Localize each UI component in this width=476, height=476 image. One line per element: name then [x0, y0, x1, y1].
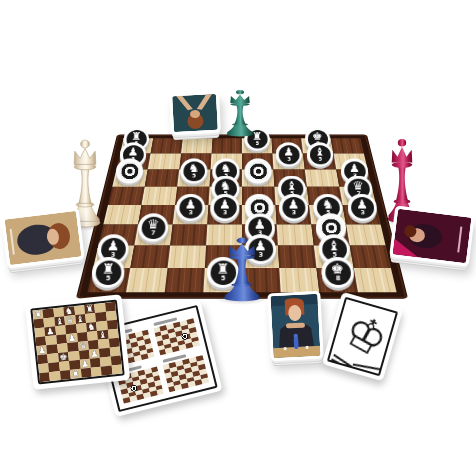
fallen-king-card[interactable]: ♔	[322, 292, 403, 381]
square-r5c1	[103, 205, 141, 225]
square-r5c6: ♟3	[276, 205, 312, 225]
pawn-icon: ♟3	[278, 145, 299, 164]
diagram-piece-icon: ♟	[46, 326, 55, 336]
square-r3c5	[242, 170, 274, 187]
pawn-token[interactable]: ♟3	[176, 194, 206, 221]
diagram-piece-icon: ♟	[81, 359, 90, 369]
diagram-piece-icon: ♟	[67, 333, 76, 343]
knight-icon: ♞5	[183, 161, 205, 181]
pawn-icon: ♟3	[179, 197, 202, 218]
pawn-token[interactable]: ♟3	[210, 194, 239, 221]
square-r5c8: ♟3	[343, 205, 381, 225]
square-r7c8	[350, 245, 391, 267]
square-r8c2	[126, 268, 168, 292]
square-r5c3: ♟3	[173, 205, 209, 225]
square-r8c3	[165, 268, 205, 292]
teal-queen-piece[interactable]	[223, 89, 257, 137]
pawn-icon: ♟3	[213, 197, 236, 218]
square-r1c5: ♜5	[242, 138, 272, 153]
target-icon	[118, 161, 140, 181]
diagram-piece-icon: ♜	[85, 304, 94, 314]
diagram-card-1[interactable]: ♜♞♜♝♛♝♟♞♟♝♟♛♚♟♟♜	[25, 294, 130, 390]
diagram-piece-icon: ♟	[37, 345, 46, 355]
diagram-piece-icon: ♛	[79, 341, 88, 351]
pawn-icon: ♟3	[350, 197, 374, 218]
rook-token[interactable]: ♜5	[91, 257, 125, 288]
square-r1c2	[151, 138, 183, 153]
queen-token[interactable]: ♛7	[138, 213, 169, 241]
square-r6c8	[346, 225, 386, 246]
queen-icon: ♛7	[141, 216, 165, 238]
top-card-deck[interactable]	[169, 91, 221, 136]
product-photo: ♜5♜5♚8♟3♟3♝5♞5♞5♟3♞5♝5♛7♟3♟3♟3♞5♟3♛7♟3♟3…	[0, 0, 476, 476]
square-r7c2	[130, 245, 170, 267]
square-r3c2	[145, 170, 179, 187]
diagram-piece-icon: ♛	[66, 315, 75, 325]
square-r1c8	[331, 138, 364, 153]
diagram-piece-icon: ♜	[71, 369, 80, 379]
portrait-card-art	[270, 294, 320, 358]
square-r6c3	[170, 225, 207, 246]
diagram-piece-icon: ♝	[55, 316, 64, 326]
square-r8c8	[354, 268, 397, 292]
king-icon: ♚8	[325, 260, 351, 284]
square-r2c2	[148, 153, 181, 169]
pawn-token[interactable]: ♟3	[347, 194, 377, 221]
square-r8c7: ♚8	[316, 268, 358, 292]
left-card-deck[interactable]	[1, 207, 85, 268]
left-card-art	[4, 211, 81, 265]
target-token[interactable]	[115, 158, 143, 183]
square-r3c3: ♞5	[177, 170, 210, 187]
diagram-piece-icon: ♟	[90, 349, 99, 359]
square-r4c1	[108, 187, 145, 205]
blue-queen-piece[interactable]	[219, 236, 265, 302]
square-r1c3	[181, 138, 212, 153]
bishop-icon: ♝5	[309, 145, 330, 164]
square-r8c1: ♜5	[87, 268, 130, 292]
square-r2c7: ♝5	[303, 153, 336, 169]
square-r7c6	[278, 245, 317, 267]
knight-token[interactable]: ♞5	[180, 158, 208, 183]
square-r3c1	[112, 170, 147, 187]
target-icon	[247, 161, 269, 181]
bishop-token[interactable]: ♝5	[306, 142, 333, 166]
square-r5c4: ♟3	[207, 205, 242, 225]
inverted-portrait-card-art	[172, 94, 218, 132]
square-r6c2: ♛7	[134, 225, 172, 246]
diagram-piece-icon: ♚	[59, 352, 68, 362]
target-token[interactable]	[244, 158, 271, 183]
pawn-token[interactable]: ♟3	[275, 142, 302, 166]
square-r7c3	[168, 245, 207, 267]
square-r1c4	[212, 138, 242, 153]
rook-icon: ♜5	[95, 260, 122, 284]
square-r8c6	[279, 268, 319, 292]
diagram-piece-icon: ♜	[34, 310, 43, 320]
right-card-art	[392, 209, 471, 264]
square-r4c2	[141, 187, 177, 205]
diagram-piece-icon: ♞	[87, 322, 96, 332]
diagram-piece-icon: ♝	[76, 314, 85, 324]
diagram-piece-icon: ♝	[98, 330, 107, 340]
square-r2c6: ♟3	[272, 153, 304, 169]
portrait-card-deck[interactable]	[267, 291, 323, 362]
square-r6c6	[277, 225, 314, 246]
right-card-deck[interactable]	[389, 205, 475, 266]
king-token[interactable]: ♚8	[321, 257, 354, 288]
pawn-icon: ♟3	[282, 197, 305, 218]
square-r3c7	[305, 170, 339, 187]
king-drawing-icon: ♔	[335, 301, 397, 368]
pawn-token[interactable]: ♟3	[279, 194, 309, 221]
